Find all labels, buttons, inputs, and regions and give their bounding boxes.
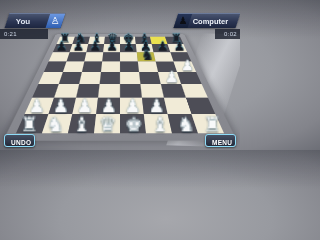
square-h3[interactable]	[181, 84, 208, 98]
square-d6[interactable]	[102, 52, 120, 61]
square-g1[interactable]: ♞	[168, 114, 198, 133]
piece-white-king[interactable]: ♚	[124, 114, 142, 134]
square-b5[interactable]	[63, 62, 84, 72]
player-you-name: You	[7, 17, 31, 26]
piece-white-bishop[interactable]: ♝	[72, 114, 90, 134]
square-g7[interactable]: ♟	[152, 44, 171, 52]
player-you-clock: 0:21	[0, 29, 48, 39]
square-f5[interactable]	[138, 62, 158, 72]
square-h7[interactable]: ♟	[168, 44, 188, 52]
square-f2[interactable]: ♟	[142, 98, 168, 114]
square-e4[interactable]	[120, 72, 140, 84]
square-c2[interactable]: ♟	[72, 98, 98, 114]
piece-white-knight[interactable]: ♞	[46, 114, 64, 134]
square-d2[interactable]: ♟	[96, 98, 120, 114]
square-e7[interactable]: ♟	[120, 44, 137, 52]
square-d7[interactable]: ♟	[103, 44, 120, 52]
player-computer-name: Computer	[176, 17, 228, 26]
square-e2[interactable]: ♟	[120, 98, 144, 114]
piece-black-pawn[interactable]: ♟	[89, 40, 101, 53]
piece-white-queen[interactable]: ♛	[98, 114, 116, 134]
square-d5[interactable]	[101, 62, 120, 72]
chess-board[interactable]: ♜♞♝♛♚♝♜♟♟♟♟♟♟♟♟♞♟♟♟♟♟♟♟♟♜♞♝♛♚♝♞♜	[16, 37, 224, 133]
square-d4[interactable]	[100, 72, 120, 84]
square-h2[interactable]	[186, 98, 215, 114]
piece-white-rook[interactable]: ♜	[20, 114, 38, 134]
piece-white-pawn[interactable]: ♟	[164, 69, 178, 85]
square-a5[interactable]	[44, 62, 67, 72]
menu-button[interactable]: MENU	[205, 134, 236, 147]
square-g4[interactable]: ♟	[158, 72, 181, 84]
board-frame: ♜♞♝♛♚♝♜♟♟♟♟♟♟♟♟♞♟♟♟♟♟♟♟♟♜♞♝♛♚♝♞♜	[3, 34, 237, 140]
square-f6[interactable]: ♞	[137, 52, 156, 61]
square-h1[interactable]: ♜	[191, 114, 224, 133]
piece-black-pawn[interactable]: ♟	[173, 40, 185, 53]
player-computer-clock: 0:02	[215, 29, 240, 39]
player-computer-banner: ♟ Computer	[174, 13, 240, 28]
square-f1[interactable]: ♝	[144, 114, 172, 133]
piece-white-bishop[interactable]: ♝	[150, 114, 168, 134]
square-b1[interactable]: ♞	[42, 114, 72, 133]
piece-white-rook[interactable]: ♜	[203, 114, 221, 134]
piece-white-pawn[interactable]: ♟	[180, 58, 193, 73]
square-c4[interactable]	[79, 72, 101, 84]
undo-button[interactable]: UNDO	[4, 134, 35, 147]
square-h4[interactable]	[177, 72, 202, 84]
piece-black-pawn[interactable]: ♟	[156, 40, 168, 53]
piece-black-pawn[interactable]: ♟	[55, 40, 67, 53]
piece-white-knight[interactable]: ♞	[176, 114, 194, 134]
square-e5[interactable]	[120, 62, 139, 72]
piece-black-pawn[interactable]: ♟	[72, 40, 84, 53]
piece-black-pawn[interactable]: ♟	[106, 40, 118, 53]
piece-black-knight[interactable]: ♞	[141, 48, 153, 62]
square-e1[interactable]: ♚	[120, 114, 146, 133]
piece-black-pawn[interactable]: ♟	[123, 40, 135, 53]
player-you-banner: You ♙	[5, 13, 66, 28]
square-c6[interactable]	[84, 52, 103, 61]
square-a1[interactable]: ♜	[16, 114, 49, 133]
square-c5[interactable]	[82, 62, 102, 72]
square-d1[interactable]: ♛	[94, 114, 120, 133]
square-e6[interactable]	[120, 52, 138, 61]
square-c7[interactable]: ♟	[86, 44, 104, 52]
square-c1[interactable]: ♝	[68, 114, 96, 133]
